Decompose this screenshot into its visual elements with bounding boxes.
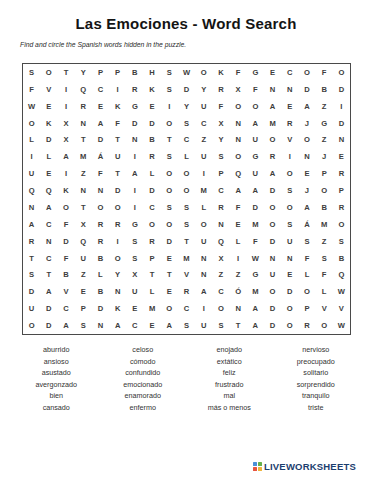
grid-cell[interactable]: O: [281, 165, 298, 182]
grid-cell[interactable]: Y: [109, 267, 126, 284]
grid-cell[interactable]: S: [126, 233, 143, 250]
grid-cell[interactable]: F: [316, 267, 333, 284]
grid-cell[interactable]: O: [230, 148, 247, 165]
grid-cell[interactable]: N: [195, 267, 212, 284]
grid-cell[interactable]: O: [178, 165, 195, 182]
grid-cell[interactable]: L: [230, 233, 247, 250]
grid-cell[interactable]: S: [161, 64, 178, 81]
grid-cell[interactable]: X: [126, 267, 143, 284]
grid-cell[interactable]: C: [143, 199, 160, 216]
grid-cell[interactable]: G: [247, 64, 264, 81]
grid-cell[interactable]: P: [92, 64, 109, 81]
grid-cell[interactable]: L: [178, 148, 195, 165]
grid-cell[interactable]: V: [281, 132, 298, 149]
grid-cell[interactable]: A: [57, 317, 74, 334]
grid-cell[interactable]: I: [281, 148, 298, 165]
grid-cell[interactable]: E: [40, 165, 57, 182]
grid-cell[interactable]: L: [23, 132, 40, 149]
grid-cell[interactable]: T: [143, 267, 160, 284]
grid-cell[interactable]: O: [212, 300, 229, 317]
grid-cell[interactable]: Á: [92, 148, 109, 165]
grid-cell[interactable]: Q: [40, 182, 57, 199]
grid-cell[interactable]: I: [195, 165, 212, 182]
grid-cell[interactable]: T: [161, 132, 178, 149]
grid-cell[interactable]: D: [143, 115, 160, 132]
grid-cell[interactable]: O: [333, 216, 350, 233]
grid-cell[interactable]: X: [212, 250, 229, 267]
grid-cell[interactable]: D: [23, 283, 40, 300]
grid-cell[interactable]: O: [264, 199, 281, 216]
grid-cell[interactable]: W: [23, 98, 40, 115]
grid-cell[interactable]: D: [161, 233, 178, 250]
grid-cell[interactable]: I: [195, 300, 212, 317]
grid-cell[interactable]: F: [92, 165, 109, 182]
grid-cell[interactable]: Q: [75, 81, 92, 98]
grid-cell[interactable]: S: [212, 317, 229, 334]
grid-cell[interactable]: W: [333, 283, 350, 300]
grid-cell[interactable]: D: [92, 132, 109, 149]
grid-cell[interactable]: E: [264, 64, 281, 81]
grid-cell[interactable]: A: [126, 165, 143, 182]
grid-cell[interactable]: M: [247, 283, 264, 300]
grid-cell[interactable]: U: [23, 300, 40, 317]
grid-cell[interactable]: Q: [333, 267, 350, 284]
grid-cell[interactable]: I: [57, 81, 74, 98]
grid-cell[interactable]: S: [178, 317, 195, 334]
grid-cell[interactable]: E: [230, 216, 247, 233]
grid-cell[interactable]: U: [281, 233, 298, 250]
grid-cell[interactable]: O: [178, 182, 195, 199]
grid-cell[interactable]: O: [143, 216, 160, 233]
grid-cell[interactable]: A: [247, 317, 264, 334]
grid-cell[interactable]: A: [161, 317, 178, 334]
grid-cell[interactable]: N: [195, 250, 212, 267]
grid-cell[interactable]: S: [23, 64, 40, 81]
grid-cell[interactable]: O: [264, 216, 281, 233]
grid-cell[interactable]: J: [316, 148, 333, 165]
grid-cell[interactable]: N: [281, 250, 298, 267]
grid-cell[interactable]: G: [247, 148, 264, 165]
grid-cell[interactable]: V: [40, 81, 57, 98]
grid-cell[interactable]: N: [281, 81, 298, 98]
grid-cell[interactable]: B: [126, 64, 143, 81]
grid-cell[interactable]: D: [264, 233, 281, 250]
grid-cell[interactable]: D: [92, 300, 109, 317]
grid-cell[interactable]: L: [40, 148, 57, 165]
grid-cell[interactable]: N: [23, 199, 40, 216]
grid-cell[interactable]: X: [57, 132, 74, 149]
grid-cell[interactable]: G: [316, 115, 333, 132]
grid-cell[interactable]: X: [57, 115, 74, 132]
grid-cell[interactable]: A: [40, 283, 57, 300]
grid-cell[interactable]: F: [109, 115, 126, 132]
grid-cell[interactable]: N: [126, 132, 143, 149]
grid-cell[interactable]: I: [126, 148, 143, 165]
grid-cell[interactable]: C: [178, 132, 195, 149]
grid-cell[interactable]: Z: [230, 267, 247, 284]
grid-cell[interactable]: C: [40, 250, 57, 267]
grid-cell[interactable]: U: [126, 283, 143, 300]
grid-cell[interactable]: A: [195, 283, 212, 300]
grid-cell[interactable]: O: [333, 64, 350, 81]
grid-cell[interactable]: D: [40, 317, 57, 334]
grid-cell[interactable]: Z: [75, 267, 92, 284]
grid-cell[interactable]: O: [109, 250, 126, 267]
grid-cell[interactable]: D: [126, 115, 143, 132]
grid-cell[interactable]: Z: [316, 132, 333, 149]
grid-cell[interactable]: M: [264, 115, 281, 132]
grid-cell[interactable]: I: [161, 98, 178, 115]
grid-cell[interactable]: O: [316, 317, 333, 334]
grid-cell[interactable]: C: [178, 300, 195, 317]
grid-cell[interactable]: D: [264, 182, 281, 199]
grid-cell[interactable]: O: [316, 182, 333, 199]
grid-cell[interactable]: O: [161, 165, 178, 182]
grid-cell[interactable]: Y: [75, 64, 92, 81]
grid-cell[interactable]: O: [195, 216, 212, 233]
grid-cell[interactable]: S: [161, 148, 178, 165]
grid-cell[interactable]: F: [57, 250, 74, 267]
grid-cell[interactable]: R: [143, 233, 160, 250]
grid-cell[interactable]: B: [333, 250, 350, 267]
grid-cell[interactable]: M: [195, 182, 212, 199]
grid-cell[interactable]: H: [143, 64, 160, 81]
grid-cell[interactable]: Á: [298, 216, 315, 233]
grid-cell[interactable]: O: [298, 132, 315, 149]
grid-cell[interactable]: C: [212, 182, 229, 199]
grid-cell[interactable]: Z: [212, 267, 229, 284]
grid-cell[interactable]: M: [75, 148, 92, 165]
grid-cell[interactable]: C: [281, 64, 298, 81]
grid-cell[interactable]: Z: [195, 132, 212, 149]
grid-cell[interactable]: U: [23, 165, 40, 182]
grid-cell[interactable]: A: [230, 182, 247, 199]
grid-cell[interactable]: K: [40, 115, 57, 132]
grid-cell[interactable]: N: [230, 300, 247, 317]
grid-cell[interactable]: K: [143, 81, 160, 98]
grid-cell[interactable]: R: [75, 98, 92, 115]
grid-cell[interactable]: X: [75, 216, 92, 233]
grid-cell[interactable]: F: [316, 64, 333, 81]
grid-cell[interactable]: Z: [316, 98, 333, 115]
grid-cell[interactable]: B: [92, 283, 109, 300]
grid-cell[interactable]: O: [264, 283, 281, 300]
grid-cell[interactable]: R: [92, 233, 109, 250]
grid-cell[interactable]: Y: [195, 81, 212, 98]
grid-cell[interactable]: T: [75, 199, 92, 216]
grid-cell[interactable]: F: [247, 233, 264, 250]
grid-cell[interactable]: B: [57, 267, 74, 284]
grid-cell[interactable]: Q: [230, 165, 247, 182]
grid-cell[interactable]: F: [230, 64, 247, 81]
grid-cell[interactable]: P: [316, 165, 333, 182]
grid-cell[interactable]: V: [178, 267, 195, 284]
grid-cell[interactable]: Z: [316, 233, 333, 250]
grid-cell[interactable]: O: [161, 115, 178, 132]
grid-cell[interactable]: Z: [75, 165, 92, 182]
grid-cell[interactable]: F: [23, 81, 40, 98]
grid-cell[interactable]: S: [333, 233, 350, 250]
grid-cell[interactable]: S: [178, 199, 195, 216]
grid-cell[interactable]: O: [281, 317, 298, 334]
grid-cell[interactable]: S: [212, 148, 229, 165]
grid-cell[interactable]: G: [126, 216, 143, 233]
grid-cell[interactable]: P: [333, 182, 350, 199]
grid-cell[interactable]: D: [333, 115, 350, 132]
grid-cell[interactable]: J: [298, 115, 315, 132]
grid-cell[interactable]: R: [126, 81, 143, 98]
grid-cell[interactable]: C: [212, 283, 229, 300]
grid-cell[interactable]: D: [298, 81, 315, 98]
grid-cell[interactable]: R: [281, 115, 298, 132]
grid-cell[interactable]: O: [281, 199, 298, 216]
grid-cell[interactable]: U: [247, 165, 264, 182]
grid-cell[interactable]: U: [247, 132, 264, 149]
grid-cell[interactable]: L: [298, 267, 315, 284]
grid-cell[interactable]: C: [126, 317, 143, 334]
grid-cell[interactable]: S: [316, 250, 333, 267]
grid-cell[interactable]: V: [316, 300, 333, 317]
grid-cell[interactable]: U: [195, 233, 212, 250]
grid-cell[interactable]: T: [109, 165, 126, 182]
grid-cell[interactable]: M: [316, 216, 333, 233]
grid-cell[interactable]: M: [143, 300, 160, 317]
grid-cell[interactable]: B: [316, 81, 333, 98]
grid-cell[interactable]: E: [281, 98, 298, 115]
grid-cell[interactable]: S: [161, 81, 178, 98]
grid-cell[interactable]: X: [230, 81, 247, 98]
grid-cell[interactable]: R: [109, 216, 126, 233]
grid-cell[interactable]: E: [161, 250, 178, 267]
grid-cell[interactable]: I: [23, 148, 40, 165]
grid-cell[interactable]: I: [57, 98, 74, 115]
grid-cell[interactable]: A: [109, 317, 126, 334]
grid-cell[interactable]: L: [143, 165, 160, 182]
grid-cell[interactable]: C: [92, 81, 109, 98]
grid-cell[interactable]: N: [40, 233, 57, 250]
grid-cell[interactable]: F: [230, 199, 247, 216]
grid-cell[interactable]: Y: [212, 132, 229, 149]
grid-cell[interactable]: E: [333, 148, 350, 165]
grid-cell[interactable]: N: [264, 81, 281, 98]
grid-cell[interactable]: M: [247, 216, 264, 233]
grid-cell[interactable]: V: [57, 283, 74, 300]
grid-cell[interactable]: O: [92, 199, 109, 216]
grid-cell[interactable]: I: [57, 165, 74, 182]
grid-cell[interactable]: N: [333, 132, 350, 149]
grid-cell[interactable]: R: [23, 233, 40, 250]
grid-cell[interactable]: W: [247, 250, 264, 267]
grid-cell[interactable]: M: [178, 250, 195, 267]
grid-cell[interactable]: U: [195, 148, 212, 165]
grid-cell[interactable]: E: [143, 317, 160, 334]
grid-cell[interactable]: A: [264, 165, 281, 182]
grid-cell[interactable]: A: [264, 98, 281, 115]
grid-cell[interactable]: D: [264, 300, 281, 317]
grid-cell[interactable]: T: [178, 233, 195, 250]
grid-cell[interactable]: T: [23, 250, 40, 267]
grid-cell[interactable]: S: [75, 317, 92, 334]
grid-cell[interactable]: E: [126, 300, 143, 317]
grid-cell[interactable]: A: [247, 182, 264, 199]
grid-cell[interactable]: K: [212, 64, 229, 81]
grid-cell[interactable]: T: [161, 267, 178, 284]
grid-cell[interactable]: C: [57, 300, 74, 317]
grid-cell[interactable]: N: [92, 317, 109, 334]
grid-cell[interactable]: L: [195, 199, 212, 216]
grid-cell[interactable]: O: [40, 64, 57, 81]
grid-cell[interactable]: U: [109, 148, 126, 165]
grid-cell[interactable]: R: [298, 317, 315, 334]
grid-cell[interactable]: Q: [23, 182, 40, 199]
grid-cell[interactable]: A: [247, 300, 264, 317]
grid-cell[interactable]: O: [161, 216, 178, 233]
grid-cell[interactable]: P: [75, 300, 92, 317]
grid-cell[interactable]: G: [126, 98, 143, 115]
grid-cell[interactable]: N: [212, 216, 229, 233]
grid-cell[interactable]: O: [161, 300, 178, 317]
grid-cell[interactable]: D: [109, 182, 126, 199]
grid-cell[interactable]: I: [230, 250, 247, 267]
grid-cell[interactable]: S: [178, 216, 195, 233]
grid-cell[interactable]: R: [178, 283, 195, 300]
grid-cell[interactable]: T: [75, 132, 92, 149]
grid-cell[interactable]: T: [40, 267, 57, 284]
grid-cell[interactable]: O: [161, 182, 178, 199]
grid-cell[interactable]: D: [247, 199, 264, 216]
grid-cell[interactable]: E: [40, 98, 57, 115]
grid-cell[interactable]: E: [298, 165, 315, 182]
grid-cell[interactable]: D: [40, 132, 57, 149]
grid-cell[interactable]: N: [298, 148, 315, 165]
grid-cell[interactable]: I: [109, 233, 126, 250]
grid-cell[interactable]: O: [298, 64, 315, 81]
grid-cell[interactable]: Q: [75, 233, 92, 250]
grid-cell[interactable]: A: [298, 199, 315, 216]
grid-cell[interactable]: A: [23, 216, 40, 233]
grid-cell[interactable]: R: [212, 81, 229, 98]
grid-cell[interactable]: P: [143, 250, 160, 267]
grid-cell[interactable]: N: [264, 250, 281, 267]
grid-cell[interactable]: K: [109, 98, 126, 115]
grid-cell[interactable]: F: [212, 98, 229, 115]
grid-cell[interactable]: P: [212, 165, 229, 182]
grid-cell[interactable]: V: [333, 300, 350, 317]
grid-cell[interactable]: C: [195, 115, 212, 132]
grid-cell[interactable]: E: [92, 98, 109, 115]
grid-cell[interactable]: E: [75, 283, 92, 300]
grid-cell[interactable]: D: [40, 300, 57, 317]
grid-cell[interactable]: R: [333, 199, 350, 216]
grid-cell[interactable]: T: [109, 132, 126, 149]
grid-cell[interactable]: E: [143, 98, 160, 115]
grid-cell[interactable]: N: [230, 115, 247, 132]
grid-cell[interactable]: I: [126, 182, 143, 199]
grid-cell[interactable]: D: [333, 81, 350, 98]
grid-cell[interactable]: L: [316, 283, 333, 300]
grid-cell[interactable]: R: [92, 216, 109, 233]
grid-cell[interactable]: K: [109, 300, 126, 317]
grid-cell[interactable]: O: [195, 64, 212, 81]
grid-cell[interactable]: R: [264, 148, 281, 165]
grid-cell[interactable]: R: [333, 165, 350, 182]
grid-cell[interactable]: O: [230, 98, 247, 115]
grid-cell[interactable]: W: [178, 64, 195, 81]
grid-cell[interactable]: N: [75, 115, 92, 132]
grid-cell[interactable]: T: [57, 64, 74, 81]
grid-cell[interactable]: F: [247, 81, 264, 98]
grid-cell[interactable]: S: [281, 216, 298, 233]
grid-cell[interactable]: N: [75, 182, 92, 199]
grid-cell[interactable]: O: [281, 300, 298, 317]
grid-cell[interactable]: J: [298, 182, 315, 199]
grid-cell[interactable]: K: [57, 182, 74, 199]
grid-cell[interactable]: O: [109, 199, 126, 216]
grid-cell[interactable]: Q: [212, 233, 229, 250]
grid-cell[interactable]: O: [247, 98, 264, 115]
grid-cell[interactable]: Y: [178, 98, 195, 115]
grid-cell[interactable]: I: [126, 199, 143, 216]
grid-cell[interactable]: D: [178, 81, 195, 98]
grid-cell[interactable]: A: [92, 115, 109, 132]
grid-cell[interactable]: G: [247, 267, 264, 284]
grid-cell[interactable]: S: [126, 250, 143, 267]
grid-cell[interactable]: S: [178, 115, 195, 132]
grid-cell[interactable]: B: [143, 132, 160, 149]
grid-cell[interactable]: P: [109, 64, 126, 81]
grid-cell[interactable]: N: [230, 132, 247, 149]
grid-cell[interactable]: D: [264, 317, 281, 334]
grid-cell[interactable]: I: [109, 81, 126, 98]
grid-cell[interactable]: C: [40, 216, 57, 233]
grid-cell[interactable]: F: [57, 216, 74, 233]
grid-cell[interactable]: S: [161, 199, 178, 216]
grid-cell[interactable]: X: [212, 115, 229, 132]
grid-cell[interactable]: O: [264, 132, 281, 149]
grid-cell[interactable]: N: [109, 283, 126, 300]
grid-cell[interactable]: A: [247, 115, 264, 132]
grid-cell[interactable]: N: [92, 182, 109, 199]
grid-cell[interactable]: D: [281, 283, 298, 300]
grid-cell[interactable]: I: [333, 98, 350, 115]
grid-cell[interactable]: A: [40, 199, 57, 216]
grid-cell[interactable]: U: [264, 267, 281, 284]
grid-cell[interactable]: Ó: [230, 283, 247, 300]
grid-cell[interactable]: O: [57, 199, 74, 216]
grid-cell[interactable]: O: [23, 317, 40, 334]
grid-cell[interactable]: U: [195, 98, 212, 115]
grid-cell[interactable]: S: [23, 267, 40, 284]
grid-cell[interactable]: P: [298, 300, 315, 317]
grid-cell[interactable]: U: [75, 250, 92, 267]
grid-cell[interactable]: O: [23, 115, 40, 132]
grid-cell[interactable]: E: [161, 283, 178, 300]
grid-cell[interactable]: O: [298, 283, 315, 300]
grid-cell[interactable]: T: [230, 317, 247, 334]
grid-cell[interactable]: A: [57, 148, 74, 165]
grid-cell[interactable]: L: [143, 283, 160, 300]
grid-cell[interactable]: S: [298, 233, 315, 250]
grid-cell[interactable]: A: [298, 98, 315, 115]
grid-cell[interactable]: S: [281, 182, 298, 199]
grid-cell[interactable]: E: [281, 267, 298, 284]
grid-cell[interactable]: R: [143, 148, 160, 165]
grid-cell[interactable]: W: [333, 317, 350, 334]
grid-cell[interactable]: F: [298, 250, 315, 267]
grid-cell[interactable]: B: [316, 199, 333, 216]
grid-cell[interactable]: L: [92, 267, 109, 284]
grid-cell[interactable]: D: [143, 182, 160, 199]
